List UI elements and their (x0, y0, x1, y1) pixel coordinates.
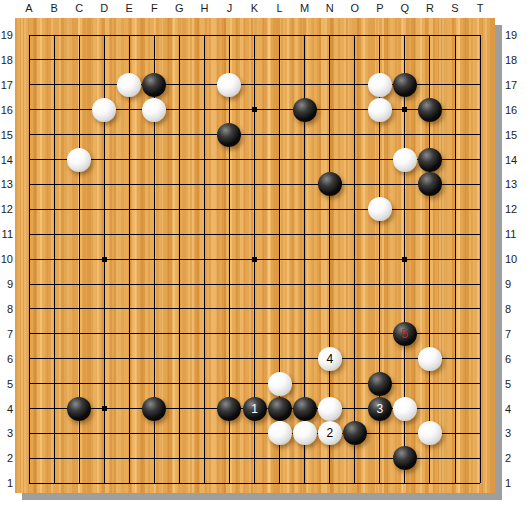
stone-white-P16 (368, 98, 392, 122)
stone-white-P12 (368, 197, 392, 221)
stone-white-E17 (117, 73, 141, 97)
stone-black-Q2 (393, 446, 417, 470)
move-number-4: 4 (318, 347, 342, 371)
stone-black-L4 (268, 397, 292, 421)
stone-white-N4 (318, 397, 342, 421)
stone-black-M4 (293, 397, 317, 421)
move-number-5: 5 (393, 322, 417, 346)
stone-black-K4: 1 (243, 397, 267, 421)
stone-white-L5 (268, 372, 292, 396)
stone-white-P17 (368, 73, 392, 97)
stone-black-O3 (343, 421, 367, 445)
stone-black-C4 (67, 397, 91, 421)
stone-black-J15 (217, 123, 241, 147)
stone-white-D16 (92, 98, 116, 122)
stone-black-R14 (418, 148, 442, 172)
stone-white-R6 (418, 347, 442, 371)
stone-black-F17 (142, 73, 166, 97)
stone-white-R3 (418, 421, 442, 445)
stone-white-C14 (67, 148, 91, 172)
stone-black-R16 (418, 98, 442, 122)
go-board-app: ABCDEFGHJKLMNOPQRST 19181716151413121110… (0, 0, 532, 506)
stone-white-L3 (268, 421, 292, 445)
stone-black-M16 (293, 98, 317, 122)
stone-white-N3: 2 (318, 421, 342, 445)
stone-white-Q4 (393, 397, 417, 421)
move-number-3: 3 (368, 397, 392, 421)
stone-white-N6: 4 (318, 347, 342, 371)
stone-black-Q7: 5 (393, 322, 417, 346)
stone-white-Q14 (393, 148, 417, 172)
stone-black-J4 (217, 397, 241, 421)
stone-black-N13 (318, 172, 342, 196)
stone-black-F4 (142, 397, 166, 421)
stone-white-J17 (217, 73, 241, 97)
stone-black-R13 (418, 172, 442, 196)
stone-white-M3 (293, 421, 317, 445)
stone-white-F16 (142, 98, 166, 122)
stone-black-P5 (368, 372, 392, 396)
stone-black-Q17 (393, 73, 417, 97)
stone-black-P4: 3 (368, 397, 392, 421)
move-number-2: 2 (318, 421, 342, 445)
move-number-1: 1 (243, 397, 267, 421)
stones-layer: 51342 (0, 0, 532, 506)
